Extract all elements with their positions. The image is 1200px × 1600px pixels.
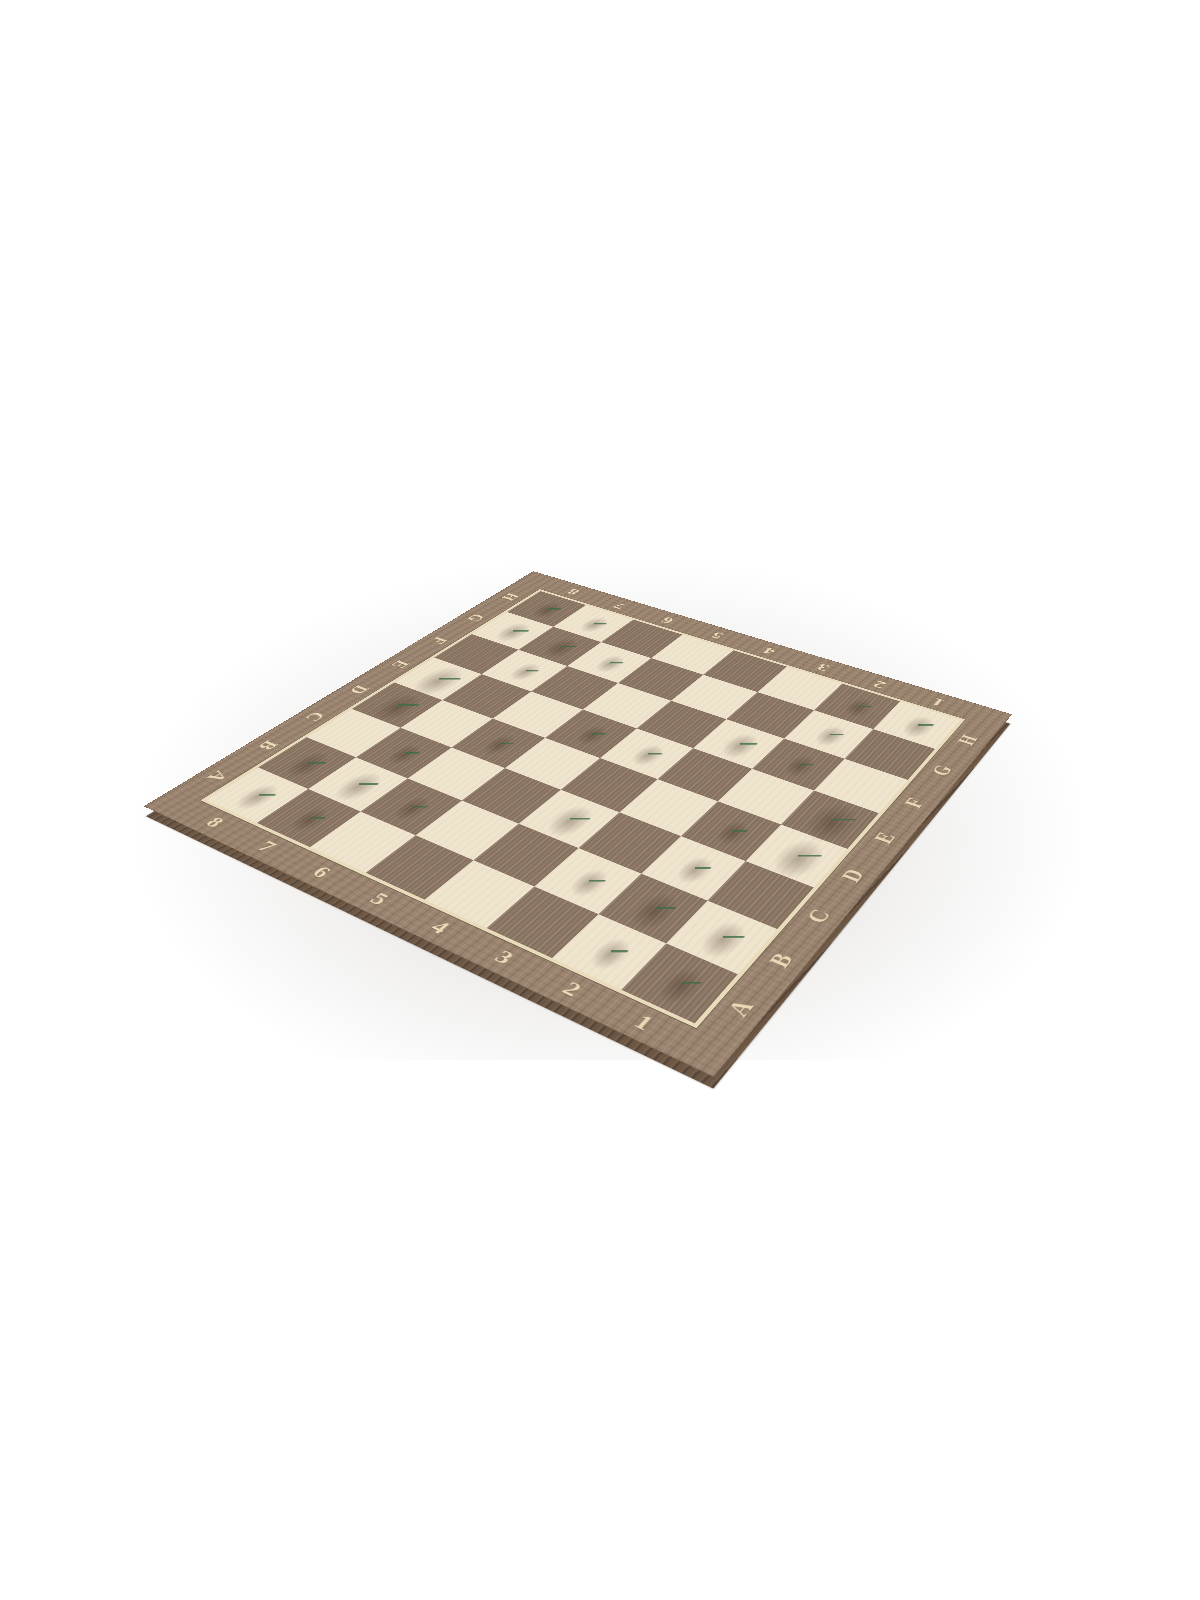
black-pawn-icon: ♟: [269, 725, 351, 817]
black-pawn-icon: ♟: [372, 715, 453, 806]
white-rook-icon: ♜: [628, 863, 735, 982]
product-photo-page: { "game": "chess", "scene": { "descripti…: [0, 0, 1200, 1600]
